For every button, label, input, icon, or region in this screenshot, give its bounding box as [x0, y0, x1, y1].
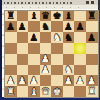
square-b1[interactable]	[17, 86, 29, 97]
white-pawn[interactable]: ♟	[41, 65, 50, 75]
square-h3[interactable]	[86, 65, 98, 76]
white-rook[interactable]: ♜	[87, 86, 96, 96]
window-close-icon[interactable]	[91, 1, 94, 4]
square-d3[interactable]: ♟	[40, 65, 52, 76]
square-h7[interactable]	[86, 21, 98, 32]
black-pawn[interactable]: ♟	[29, 32, 38, 42]
square-b5[interactable]	[17, 43, 29, 54]
square-b6[interactable]	[17, 32, 29, 43]
board-area: 87654321 ♜♝♛♚♝♜♟♟♞♟♟♟♞♞♟♟♟♞♟♟♟♟♟♟♜♝♛♚♜	[2, 9, 98, 97]
black-rook[interactable]: ♜	[87, 11, 96, 21]
square-g5[interactable]	[74, 43, 86, 54]
black-pawn[interactable]: ♟	[18, 21, 27, 31]
square-d7[interactable]: ♞	[40, 21, 52, 32]
square-a5[interactable]	[5, 43, 17, 54]
square-d2[interactable]	[40, 75, 52, 86]
square-e3[interactable]	[51, 65, 63, 76]
square-c1[interactable]: ♝	[28, 86, 40, 97]
square-f3[interactable]: ♞	[63, 65, 75, 76]
square-a6[interactable]	[5, 32, 17, 43]
square-e4[interactable]	[51, 54, 63, 65]
square-h5[interactable]	[86, 43, 98, 54]
square-c2[interactable]: ♟	[28, 75, 40, 86]
white-queen[interactable]: ♛	[41, 86, 50, 96]
square-d4[interactable]: ♟	[40, 54, 52, 65]
white-pawn[interactable]: ♟	[87, 75, 96, 85]
square-c7[interactable]	[28, 21, 40, 32]
square-g6[interactable]	[74, 32, 86, 43]
square-f4[interactable]	[63, 54, 75, 65]
square-e8[interactable]: ♚	[51, 11, 63, 22]
square-c3[interactable]	[28, 65, 40, 76]
square-a4[interactable]	[5, 54, 17, 65]
square-b8[interactable]	[17, 11, 29, 22]
square-d6[interactable]	[40, 32, 52, 43]
square-h8[interactable]: ♜	[86, 11, 98, 22]
square-a2[interactable]: ♟	[5, 75, 17, 86]
black-queen[interactable]: ♛	[41, 11, 50, 21]
black-pawn[interactable]: ♟	[64, 21, 73, 31]
white-knight[interactable]: ♞	[53, 32, 62, 42]
square-h1[interactable]: ♜	[86, 86, 98, 97]
square-b7[interactable]: ♟	[17, 21, 29, 32]
white-bishop[interactable]: ♝	[29, 86, 38, 96]
square-c5[interactable]	[28, 43, 40, 54]
white-pawn[interactable]: ♟	[29, 75, 38, 85]
square-c4[interactable]	[28, 54, 40, 65]
square-d5[interactable]	[40, 43, 52, 54]
square-f5[interactable]	[63, 43, 75, 54]
menu-bar-items	[6, 7, 86, 9]
square-c8[interactable]: ♝	[28, 11, 40, 22]
white-rook[interactable]: ♜	[6, 86, 15, 96]
white-pawn[interactable]: ♟	[64, 75, 73, 85]
chess-board[interactable]: ♜♝♛♚♝♜♟♟♞♟♟♟♞♞♟♟♟♞♟♟♟♟♟♟♜♝♛♚♜	[4, 10, 99, 99]
square-g2[interactable]: ♟	[74, 75, 86, 86]
black-knight[interactable]: ♞	[64, 32, 73, 42]
white-king[interactable]: ♚	[53, 86, 62, 96]
square-d8[interactable]: ♛	[40, 11, 52, 22]
black-rook[interactable]: ♜	[6, 11, 15, 21]
white-pawn[interactable]: ♟	[76, 75, 85, 85]
square-e6[interactable]: ♞	[51, 32, 63, 43]
square-b3[interactable]	[17, 65, 29, 76]
black-pawn[interactable]: ♟	[76, 21, 85, 31]
white-pawn[interactable]: ♟	[41, 54, 50, 64]
square-g4[interactable]	[74, 54, 86, 65]
square-e7[interactable]	[51, 21, 63, 32]
title-bar-text	[4, 2, 72, 4]
square-f2[interactable]: ♟	[63, 75, 75, 86]
square-e2[interactable]	[51, 75, 63, 86]
square-e5[interactable]	[51, 43, 63, 54]
square-c6[interactable]: ♟	[28, 32, 40, 43]
square-d1[interactable]: ♛	[40, 86, 52, 97]
black-king[interactable]: ♚	[53, 11, 62, 21]
square-h2[interactable]: ♟	[86, 75, 98, 86]
square-h6[interactable]: ♟	[86, 32, 98, 43]
square-f6[interactable]: ♞	[63, 32, 75, 43]
black-pawn[interactable]: ♟	[87, 32, 96, 42]
square-g3[interactable]	[74, 65, 86, 76]
square-b2[interactable]: ♟	[17, 75, 29, 86]
white-pawn[interactable]: ♟	[6, 75, 15, 85]
window-minimize-icon[interactable]	[86, 1, 89, 4]
square-a1[interactable]: ♜	[5, 86, 17, 97]
white-knight[interactable]: ♞	[64, 65, 73, 75]
white-pawn[interactable]: ♟	[18, 75, 27, 85]
black-knight[interactable]: ♞	[41, 21, 50, 31]
black-bishop[interactable]: ♝	[29, 11, 38, 21]
black-pawn[interactable]: ♟	[6, 21, 15, 31]
square-a8[interactable]: ♜	[5, 11, 17, 22]
square-f1[interactable]	[63, 86, 75, 97]
square-g8[interactable]	[74, 11, 86, 22]
square-g1[interactable]	[74, 86, 86, 97]
square-e1[interactable]: ♚	[51, 86, 63, 97]
square-h4[interactable]	[86, 54, 98, 65]
square-g7[interactable]: ♟	[74, 21, 86, 32]
black-bishop[interactable]: ♝	[64, 11, 73, 21]
square-a7[interactable]: ♟	[5, 21, 17, 32]
square-a3[interactable]	[5, 65, 17, 76]
square-f8[interactable]: ♝	[63, 11, 75, 22]
square-f7[interactable]: ♟	[63, 21, 75, 32]
square-b4[interactable]	[17, 54, 29, 65]
